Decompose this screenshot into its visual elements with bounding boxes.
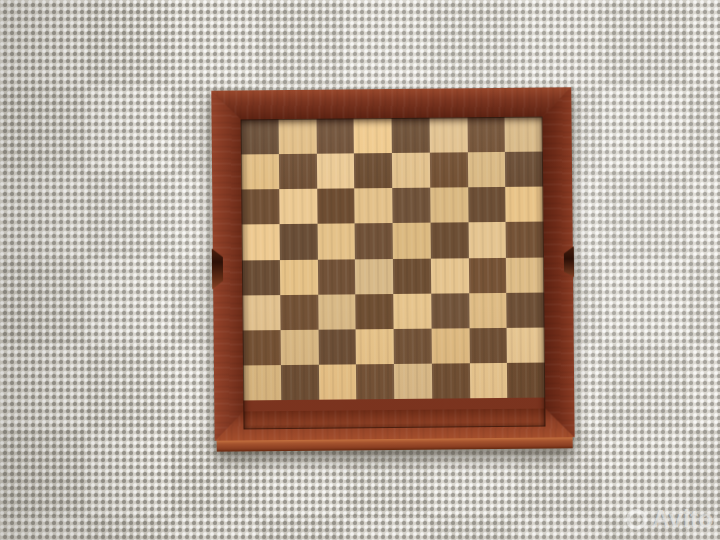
square-h7 [505,152,543,187]
square-g3 [469,293,507,328]
square-b2 [280,329,318,364]
square-d6 [354,188,392,223]
square-g2 [469,328,507,363]
square-h4 [506,257,544,292]
square-e5 [393,223,431,258]
square-b6 [279,189,317,224]
square-h2 [507,327,545,362]
board-frame [211,87,574,440]
square-b1 [281,365,319,400]
square-c3 [318,294,356,329]
square-h5 [506,222,544,257]
square-h3 [506,292,544,327]
square-g4 [468,257,506,292]
square-c5 [317,224,355,259]
square-f2 [431,328,469,363]
square-b5 [279,224,317,259]
square-c8 [316,118,354,153]
square-d2 [356,329,394,364]
square-e6 [392,188,430,223]
square-a6 [241,189,279,224]
square-b7 [279,154,317,189]
square-g5 [468,222,506,257]
square-h1 [507,362,545,397]
square-d8 [354,118,392,153]
square-a8 [241,119,279,154]
square-e4 [393,258,431,293]
square-d3 [355,294,393,329]
square-a4 [242,260,280,295]
square-c6 [317,189,355,224]
square-d5 [355,223,393,258]
board-edge-lip [217,437,573,451]
square-c1 [318,364,356,399]
square-e7 [392,153,430,188]
square-g1 [469,363,507,398]
square-f5 [430,223,468,258]
board-frame-right [542,87,574,437]
photo-background: Avito [0,0,720,540]
square-c2 [318,329,356,364]
square-b8 [278,119,316,154]
square-a2 [243,330,281,365]
square-b4 [280,259,318,294]
square-d4 [355,259,393,294]
square-f8 [429,117,467,152]
square-e8 [392,118,430,153]
board-frame-bottom [214,408,574,440]
square-a3 [242,295,280,330]
square-h6 [505,187,543,222]
square-a5 [242,224,280,259]
square-a1 [243,365,281,400]
square-h8 [505,117,543,152]
square-c7 [316,153,354,188]
square-f1 [432,363,470,398]
square-f4 [431,258,469,293]
watermark-label: Avito [652,505,714,533]
board-grid [241,117,546,401]
board-frame-left [211,90,243,440]
square-d7 [354,153,392,188]
square-f3 [431,293,469,328]
square-e2 [394,328,432,363]
square-a7 [241,154,279,189]
chess-board-box [211,87,574,451]
square-g8 [467,117,505,152]
square-e3 [393,293,431,328]
square-e1 [394,364,432,399]
square-d1 [356,364,394,399]
square-g7 [467,152,505,187]
square-b3 [280,294,318,329]
avito-logo-icon [626,509,647,530]
square-g6 [468,187,506,222]
square-f7 [430,152,468,187]
square-f6 [430,188,468,223]
board-frame-top [211,87,571,119]
square-c4 [317,259,355,294]
watermark: Avito [626,505,714,533]
